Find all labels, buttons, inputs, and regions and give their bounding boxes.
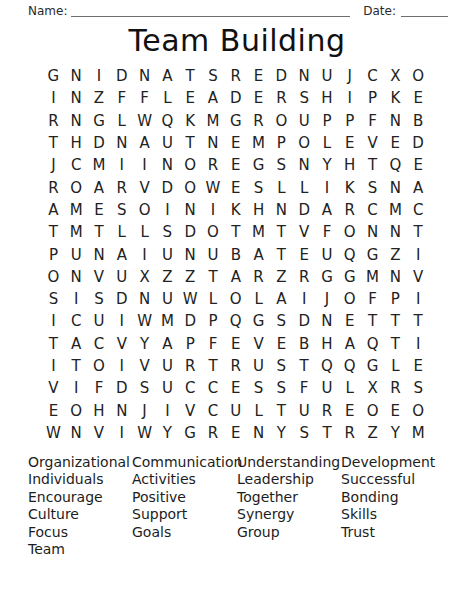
grid-cell-r5c17[interactable]: E — [407, 154, 430, 176]
grid-cell-r8c7[interactable]: D — [179, 221, 202, 243]
grid-cell-r16c11[interactable]: T — [270, 399, 293, 421]
grid-cell-r5c9[interactable]: E — [224, 154, 247, 176]
grid-cell-r15c16[interactable]: R — [384, 377, 407, 399]
grid-cell-r2c16[interactable]: K — [384, 87, 407, 109]
grid-cell-r17c12[interactable]: S — [293, 422, 316, 444]
grid-cell-r13c7[interactable]: P — [179, 333, 202, 355]
grid-cell-r4c17[interactable]: D — [407, 132, 430, 154]
grid-cell-r16c17[interactable]: O — [407, 399, 430, 421]
grid-cell-r10c11[interactable]: Z — [270, 266, 293, 288]
grid-cell-r11c16[interactable]: P — [384, 288, 407, 310]
grid-cell-r9c12[interactable]: E — [293, 243, 316, 265]
grid-cell-r1c6[interactable]: A — [156, 65, 179, 87]
grid-cell-r4c9[interactable]: E — [224, 132, 247, 154]
grid-cell-r16c4[interactable]: N — [110, 399, 133, 421]
grid-cell-r14c13[interactable]: Q — [316, 355, 339, 377]
grid-cell-r15c15[interactable]: X — [361, 377, 384, 399]
grid-cell-r13c12[interactable]: B — [293, 333, 316, 355]
grid-cell-r3c16[interactable]: N — [384, 110, 407, 132]
grid-cell-r11c8[interactable]: L — [202, 288, 225, 310]
grid-cell-r14c5[interactable]: V — [133, 355, 156, 377]
grid-cell-r17c8[interactable]: R — [202, 422, 225, 444]
grid-cell-r15c11[interactable]: S — [270, 377, 293, 399]
grid-cell-r5c6[interactable]: N — [156, 154, 179, 176]
grid-cell-r7c12[interactable]: D — [293, 199, 316, 221]
grid-cell-r4c11[interactable]: P — [270, 132, 293, 154]
grid-cell-r14c3[interactable]: O — [88, 355, 111, 377]
grid-cell-r7c17[interactable]: C — [407, 199, 430, 221]
word-item: Communication — [132, 454, 237, 471]
grid-cell-r3c2[interactable]: N — [65, 110, 88, 132]
grid-cell-r15c1[interactable]: V — [42, 377, 65, 399]
grid-cell-r17c13[interactable]: T — [316, 422, 339, 444]
grid-cell-r16c16[interactable]: E — [384, 399, 407, 421]
grid-cell-r11c4[interactable]: D — [110, 288, 133, 310]
grid-cell-r3c9[interactable]: G — [224, 110, 247, 132]
grid-cell-r2c4[interactable]: F — [110, 87, 133, 109]
grid-cell-r13c4[interactable]: V — [110, 333, 133, 355]
grid-cell-r6c5[interactable]: V — [133, 176, 156, 198]
grid-cell-r15c17[interactable]: S — [407, 377, 430, 399]
grid-cell-r16c3[interactable]: H — [88, 399, 111, 421]
grid-cell-r15c7[interactable]: C — [179, 377, 202, 399]
grid-cell-r8c12[interactable]: V — [293, 221, 316, 243]
grid-cell-r16c9[interactable]: U — [224, 399, 247, 421]
grid-cell-r16c15[interactable]: O — [361, 399, 384, 421]
grid-cell-r8c15[interactable]: N — [361, 221, 384, 243]
grid-cell-r17c5[interactable]: W — [133, 422, 156, 444]
grid-cell-r3c5[interactable]: W — [133, 110, 156, 132]
grid-cell-r3c6[interactable]: Q — [156, 110, 179, 132]
grid-cell-r16c5[interactable]: J — [133, 399, 156, 421]
grid-cell-r17c6[interactable]: Y — [156, 422, 179, 444]
grid-cell-r6c2[interactable]: O — [65, 176, 88, 198]
grid-cell-r8c16[interactable]: N — [384, 221, 407, 243]
grid-cell-r11c7[interactable]: W — [179, 288, 202, 310]
grid-cell-r4c7[interactable]: T — [179, 132, 202, 154]
grid-cell-r11c17[interactable]: I — [407, 288, 430, 310]
grid-cell-r17c17[interactable]: M — [407, 422, 430, 444]
grid-cell-r1c10[interactable]: E — [247, 65, 270, 87]
grid-cell-r14c16[interactable]: L — [384, 355, 407, 377]
word-list-column-3: UnderstandingLeadershipTogetherSynergyGr… — [237, 454, 341, 558]
grid-cell-r7c6[interactable]: I — [156, 199, 179, 221]
grid-cell-r12c13[interactable]: N — [316, 310, 339, 332]
grid-cell-r10c14[interactable]: G — [338, 266, 361, 288]
grid-cell-r17c4[interactable]: I — [110, 422, 133, 444]
grid-cell-r12c3[interactable]: U — [88, 310, 111, 332]
grid-cell-r8c1[interactable]: T — [42, 221, 65, 243]
grid-cell-r16c6[interactable]: I — [156, 399, 179, 421]
grid-cell-r4c13[interactable]: L — [316, 132, 339, 154]
grid-cell-r9c8[interactable]: U — [202, 243, 225, 265]
grid-cell-r6c9[interactable]: E — [224, 176, 247, 198]
grid-cell-r8c6[interactable]: S — [156, 221, 179, 243]
grid-cell-r14c14[interactable]: Q — [338, 355, 361, 377]
grid-cell-r12c12[interactable]: D — [293, 310, 316, 332]
grid-cell-r10c8[interactable]: T — [202, 266, 225, 288]
grid-cell-r13c1[interactable]: T — [42, 333, 65, 355]
grid-cell-r3c1[interactable]: R — [42, 110, 65, 132]
grid-cell-r17c2[interactable]: N — [65, 422, 88, 444]
grid-cell-r7c13[interactable]: A — [316, 199, 339, 221]
grid-cell-r7c7[interactable]: N — [179, 199, 202, 221]
grid-cell-r9c15[interactable]: G — [361, 243, 384, 265]
grid-cell-r12c17[interactable]: T — [407, 310, 430, 332]
grid-cell-r7c10[interactable]: H — [247, 199, 270, 221]
grid-cell-r10c1[interactable]: O — [42, 266, 65, 288]
grid-cell-r17c15[interactable]: Z — [361, 422, 384, 444]
grid-cell-r16c14[interactable]: E — [338, 399, 361, 421]
grid-cell-r1c5[interactable]: N — [133, 65, 156, 87]
grid-cell-r15c10[interactable]: S — [247, 377, 270, 399]
grid-cell-r4c8[interactable]: N — [202, 132, 225, 154]
grid-cell-r14c4[interactable]: I — [110, 355, 133, 377]
grid-cell-r7c3[interactable]: E — [88, 199, 111, 221]
header: Name: Date: — [28, 3, 448, 18]
grid-cell-r13c3[interactable]: C — [88, 333, 111, 355]
grid-cell-r15c9[interactable]: E — [224, 377, 247, 399]
grid-cell-r12c8[interactable]: P — [202, 310, 225, 332]
grid-cell-r2c7[interactable]: E — [179, 87, 202, 109]
grid-cell-r11c15[interactable]: F — [361, 288, 384, 310]
grid-cell-r8c8[interactable]: O — [202, 221, 225, 243]
grid-cell-r9c6[interactable]: U — [156, 243, 179, 265]
grid-cell-r13c13[interactable]: H — [316, 333, 339, 355]
grid-cell-r8c3[interactable]: T — [88, 221, 111, 243]
grid-cell-r1c13[interactable]: U — [316, 65, 339, 87]
grid-cell-r14c6[interactable]: U — [156, 355, 179, 377]
grid-cell-r9c4[interactable]: A — [110, 243, 133, 265]
grid-cell-r3c12[interactable]: U — [293, 110, 316, 132]
grid-cell-r10c6[interactable]: Z — [156, 266, 179, 288]
grid-cell-r2c1[interactable]: I — [42, 87, 65, 109]
grid-cell-r5c16[interactable]: Q — [384, 154, 407, 176]
grid-cell-r5c10[interactable]: G — [247, 154, 270, 176]
grid-cell-r8c17[interactable]: T — [407, 221, 430, 243]
grid-cell-r14c1[interactable]: I — [42, 355, 65, 377]
grid-cell-r10c12[interactable]: R — [293, 266, 316, 288]
grid-cell-r6c14[interactable]: K — [338, 176, 361, 198]
grid-cell-r15c14[interactable]: L — [338, 377, 361, 399]
grid-cell-r3c14[interactable]: P — [338, 110, 361, 132]
grid-cell-r11c13[interactable]: J — [316, 288, 339, 310]
grid-cell-r16c2[interactable]: O — [65, 399, 88, 421]
grid-cell-r10c9[interactable]: A — [224, 266, 247, 288]
grid-cell-r14c17[interactable]: E — [407, 355, 430, 377]
grid-cell-r1c15[interactable]: C — [361, 65, 384, 87]
grid-cell-r14c8[interactable]: T — [202, 355, 225, 377]
grid-cell-r10c17[interactable]: V — [407, 266, 430, 288]
grid-cell-r3c3[interactable]: G — [88, 110, 111, 132]
grid-cell-r4c12[interactable]: O — [293, 132, 316, 154]
grid-cell-r10c2[interactable]: N — [65, 266, 88, 288]
grid-cell-r7c5[interactable]: O — [133, 199, 156, 221]
grid-cell-r6c17[interactable]: A — [407, 176, 430, 198]
grid-cell-r12c6[interactable]: M — [156, 310, 179, 332]
grid-cell-r11c9[interactable]: O — [224, 288, 247, 310]
word-item: Goals — [132, 524, 237, 541]
grid-cell-r9c9[interactable]: B — [224, 243, 247, 265]
grid-cell-r3c13[interactable]: P — [316, 110, 339, 132]
grid-cell-r16c10[interactable]: L — [247, 399, 270, 421]
grid-cell-r1c14[interactable]: J — [338, 65, 361, 87]
grid-cell-r2c2[interactable]: N — [65, 87, 88, 109]
grid-cell-r9c13[interactable]: U — [316, 243, 339, 265]
word-item: Encourage — [28, 489, 132, 506]
grid-cell-r6c16[interactable]: N — [384, 176, 407, 198]
grid-cell-r9c3[interactable]: N — [88, 243, 111, 265]
grid-cell-r2c10[interactable]: E — [247, 87, 270, 109]
grid-cell-r9c1[interactable]: P — [42, 243, 65, 265]
grid-cell-r6c15[interactable]: S — [361, 176, 384, 198]
grid-cell-r11c2[interactable]: I — [65, 288, 88, 310]
grid-cell-r1c17[interactable]: O — [407, 65, 430, 87]
grid-cell-r4c14[interactable]: E — [338, 132, 361, 154]
grid-cell-r1c4[interactable]: D — [110, 65, 133, 87]
grid-cell-r2c5[interactable]: F — [133, 87, 156, 109]
grid-cell-r2c9[interactable]: D — [224, 87, 247, 109]
grid-cell-r17c14[interactable]: R — [338, 422, 361, 444]
grid-cell-r1c1[interactable]: G — [42, 65, 65, 87]
grid-cell-r3c17[interactable]: B — [407, 110, 430, 132]
grid-cell-r1c2[interactable]: N — [65, 65, 88, 87]
grid-cell-r8c9[interactable]: T — [224, 221, 247, 243]
grid-cell-r12c10[interactable]: G — [247, 310, 270, 332]
grid-cell-r12c9[interactable]: Q — [224, 310, 247, 332]
grid-cell-r11c12[interactable]: I — [293, 288, 316, 310]
grid-cell-r2c3[interactable]: Z — [88, 87, 111, 109]
grid-cell-r14c10[interactable]: U — [247, 355, 270, 377]
grid-cell-r14c2[interactable]: T — [65, 355, 88, 377]
grid-cell-r14c7[interactable]: R — [179, 355, 202, 377]
grid-cell-r10c13[interactable]: G — [316, 266, 339, 288]
grid-cell-r12c2[interactable]: C — [65, 310, 88, 332]
grid-cell-r2c14[interactable]: I — [338, 87, 361, 109]
grid-cell-r6c12[interactable]: L — [293, 176, 316, 198]
grid-cell-r6c3[interactable]: A — [88, 176, 111, 198]
grid-cell-r4c2[interactable]: H — [65, 132, 88, 154]
grid-cell-r6c4[interactable]: R — [110, 176, 133, 198]
grid-cell-r14c9[interactable]: R — [224, 355, 247, 377]
grid-cell-r2c17[interactable]: E — [407, 87, 430, 109]
grid-cell-r16c12[interactable]: U — [293, 399, 316, 421]
grid-cell-r6c1[interactable]: R — [42, 176, 65, 198]
grid-cell-r5c7[interactable]: O — [179, 154, 202, 176]
grid-cell-r8c13[interactable]: F — [316, 221, 339, 243]
grid-cell-r3c10[interactable]: R — [247, 110, 270, 132]
grid-cell-r5c12[interactable]: N — [293, 154, 316, 176]
grid-cell-r10c16[interactable]: N — [384, 266, 407, 288]
grid-cell-r5c8[interactable]: R — [202, 154, 225, 176]
grid-cell-r4c16[interactable]: E — [384, 132, 407, 154]
grid-cell-r15c6[interactable]: U — [156, 377, 179, 399]
grid-cell-r17c11[interactable]: Y — [270, 422, 293, 444]
grid-cell-r9c7[interactable]: N — [179, 243, 202, 265]
grid-cell-r12c16[interactable]: T — [384, 310, 407, 332]
grid-cell-r3c4[interactable]: L — [110, 110, 133, 132]
grid-cell-r4c6[interactable]: U — [156, 132, 179, 154]
grid-cell-r12c4[interactable]: I — [110, 310, 133, 332]
grid-cell-r7c16[interactable]: M — [384, 199, 407, 221]
grid-cell-r6c10[interactable]: S — [247, 176, 270, 198]
grid-cell-r15c2[interactable]: I — [65, 377, 88, 399]
grid-cell-r3c8[interactable]: M — [202, 110, 225, 132]
grid-cell-r13c17[interactable]: I — [407, 333, 430, 355]
grid-cell-r1c16[interactable]: X — [384, 65, 407, 87]
grid-cell-r15c5[interactable]: S — [133, 377, 156, 399]
grid-cell-r1c12[interactable]: N — [293, 65, 316, 87]
grid-cell-r12c14[interactable]: E — [338, 310, 361, 332]
grid-cell-r5c3[interactable]: M — [88, 154, 111, 176]
grid-cell-r2c11[interactable]: R — [270, 87, 293, 109]
grid-cell-r10c15[interactable]: M — [361, 266, 384, 288]
grid-cell-r8c2[interactable]: M — [65, 221, 88, 243]
grid-cell-r11c1[interactable]: S — [42, 288, 65, 310]
grid-cell-r2c8[interactable]: A — [202, 87, 225, 109]
grid-cell-r2c15[interactable]: P — [361, 87, 384, 109]
grid-cell-r17c3[interactable]: V — [88, 422, 111, 444]
grid-cell-r13c5[interactable]: Y — [133, 333, 156, 355]
grid-cell-r13c8[interactable]: F — [202, 333, 225, 355]
grid-cell-r5c5[interactable]: I — [133, 154, 156, 176]
word-item: Team — [28, 541, 132, 558]
grid-cell-r6c8[interactable]: W — [202, 176, 225, 198]
grid-cell-r13c2[interactable]: A — [65, 333, 88, 355]
grid-cell-r5c15[interactable]: T — [361, 154, 384, 176]
grid-cell-r3c11[interactable]: O — [270, 110, 293, 132]
grid-cell-r11c6[interactable]: U — [156, 288, 179, 310]
grid-cell-r6c11[interactable]: L — [270, 176, 293, 198]
grid-cell-r4c1[interactable]: T — [42, 132, 65, 154]
grid-cell-r2c12[interactable]: S — [293, 87, 316, 109]
grid-cell-r17c16[interactable]: Y — [384, 422, 407, 444]
grid-cell-r15c13[interactable]: U — [316, 377, 339, 399]
grid-cell-r15c3[interactable]: F — [88, 377, 111, 399]
grid-cell-r12c7[interactable]: D — [179, 310, 202, 332]
grid-cell-r7c11[interactable]: N — [270, 199, 293, 221]
grid-cell-r7c15[interactable]: C — [361, 199, 384, 221]
grid-cell-r5c2[interactable]: C — [65, 154, 88, 176]
grid-cell-r11c10[interactable]: L — [247, 288, 270, 310]
grid-cell-r15c12[interactable]: F — [293, 377, 316, 399]
grid-cell-r9c14[interactable]: Q — [338, 243, 361, 265]
grid-cell-r1c3[interactable]: I — [88, 65, 111, 87]
grid-cell-r14c15[interactable]: G — [361, 355, 384, 377]
grid-cell-r17c9[interactable]: E — [224, 422, 247, 444]
grid-cell-r10c10[interactable]: R — [247, 266, 270, 288]
grid-cell-r13c9[interactable]: E — [224, 333, 247, 355]
grid-cell-r1c9[interactable]: R — [224, 65, 247, 87]
grid-cell-r12c1[interactable]: I — [42, 310, 65, 332]
grid-cell-r15c4[interactable]: D — [110, 377, 133, 399]
grid-cell-r12c11[interactable]: S — [270, 310, 293, 332]
grid-cell-r9c16[interactable]: Z — [384, 243, 407, 265]
grid-cell-r7c2[interactable]: M — [65, 199, 88, 221]
grid-cell-r5c11[interactable]: S — [270, 154, 293, 176]
grid-cell-r2c6[interactable]: L — [156, 87, 179, 109]
grid-cell-r16c8[interactable]: C — [202, 399, 225, 421]
grid-cell-r13c10[interactable]: V — [247, 333, 270, 355]
grid-cell-r16c13[interactable]: R — [316, 399, 339, 421]
grid-cell-r6c13[interactable]: I — [316, 176, 339, 198]
grid-cell-r16c7[interactable]: V — [179, 399, 202, 421]
grid-cell-r11c14[interactable]: O — [338, 288, 361, 310]
grid-cell-r3c7[interactable]: K — [179, 110, 202, 132]
grid-cell-r14c11[interactable]: S — [270, 355, 293, 377]
grid-cell-r16c1[interactable]: E — [42, 399, 65, 421]
grid-cell-r9c10[interactable]: A — [247, 243, 270, 265]
grid-cell-r1c8[interactable]: S — [202, 65, 225, 87]
grid-cell-r4c15[interactable]: V — [361, 132, 384, 154]
grid-cell-r13c15[interactable]: Q — [361, 333, 384, 355]
grid-cell-r6c7[interactable]: O — [179, 176, 202, 198]
grid-cell-r10c5[interactable]: X — [133, 266, 156, 288]
grid-cell-r5c4[interactable]: I — [110, 154, 133, 176]
grid-cell-r10c7[interactable]: Z — [179, 266, 202, 288]
grid-cell-r9c2[interactable]: U — [65, 243, 88, 265]
grid-cell-r3c15[interactable]: F — [361, 110, 384, 132]
word-item: Culture — [28, 506, 132, 523]
grid-cell-r15c8[interactable]: C — [202, 377, 225, 399]
grid-cell-r12c15[interactable]: T — [361, 310, 384, 332]
grid-cell-r7c4[interactable]: S — [110, 199, 133, 221]
grid-cell-r13c14[interactable]: A — [338, 333, 361, 355]
grid-cell-r17c7[interactable]: G — [179, 422, 202, 444]
grid-cell-r8c11[interactable]: T — [270, 221, 293, 243]
word-item: Trust — [341, 524, 451, 541]
grid-cell-r7c9[interactable]: K — [224, 199, 247, 221]
grid-cell-r14c12[interactable]: T — [293, 355, 316, 377]
grid-cell-r8c10[interactable]: M — [247, 221, 270, 243]
word-list: OrganizationalIndividualsEncourageCultur… — [28, 454, 474, 558]
grid-cell-r11c3[interactable]: S — [88, 288, 111, 310]
grid-cell-r8c4[interactable]: L — [110, 221, 133, 243]
grid-cell-r4c5[interactable]: A — [133, 132, 156, 154]
grid-cell-r11c5[interactable]: N — [133, 288, 156, 310]
grid-cell-r5c1[interactable]: J — [42, 154, 65, 176]
grid-cell-r13c16[interactable]: T — [384, 333, 407, 355]
grid-cell-r1c11[interactable]: D — [270, 65, 293, 87]
grid-cell-r10c4[interactable]: U — [110, 266, 133, 288]
grid-cell-r10c3[interactable]: V — [88, 266, 111, 288]
grid-cell-r9c17[interactable]: I — [407, 243, 430, 265]
grid-cell-r9c5[interactable]: I — [133, 243, 156, 265]
grid-cell-r13c6[interactable]: A — [156, 333, 179, 355]
grid-cell-r6c6[interactable]: D — [156, 176, 179, 198]
grid-cell-r12c5[interactable]: W — [133, 310, 156, 332]
grid-cell-r8c14[interactable]: O — [338, 221, 361, 243]
grid-cell-r7c1[interactable]: A — [42, 199, 65, 221]
grid-cell-r11c11[interactable]: A — [270, 288, 293, 310]
word-item: Positive — [132, 489, 237, 506]
grid-cell-r9c11[interactable]: T — [270, 243, 293, 265]
grid-cell-r7c14[interactable]: R — [338, 199, 361, 221]
grid-cell-r4c10[interactable]: M — [247, 132, 270, 154]
grid-cell-r1c7[interactable]: T — [179, 65, 202, 87]
word-item: Bonding — [341, 489, 451, 506]
grid-cell-r13c11[interactable]: E — [270, 333, 293, 355]
grid-cell-r5c14[interactable]: H — [338, 154, 361, 176]
grid-cell-r2c13[interactable]: H — [316, 87, 339, 109]
grid-cell-r4c3[interactable]: D — [88, 132, 111, 154]
grid-cell-r7c8[interactable]: I — [202, 199, 225, 221]
grid-cell-r5c13[interactable]: Y — [316, 154, 339, 176]
grid-cell-r4c4[interactable]: N — [110, 132, 133, 154]
grid-cell-r17c1[interactable]: W — [42, 422, 65, 444]
grid-cell-r17c10[interactable]: N — [247, 422, 270, 444]
grid-cell-r8c5[interactable]: L — [133, 221, 156, 243]
